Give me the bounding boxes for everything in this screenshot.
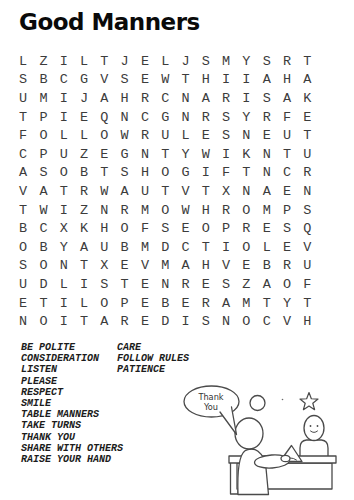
grid-cell-r15c13: C (257, 312, 277, 331)
grid-cell-r8c10: T (196, 182, 216, 201)
grid-cell-r1c3: I (54, 52, 74, 71)
grid-cell-r14c10: R (196, 294, 216, 313)
grid-cell-r2c6: S (114, 71, 134, 90)
grid-cell-r8c7: U (135, 182, 155, 201)
grid-cell-r2c12: I (236, 71, 256, 90)
grid-cell-r11c6: B (114, 238, 134, 257)
grid-cell-r7c3: O (54, 164, 74, 183)
grid-cell-r2c7: E (135, 71, 155, 90)
grid-cell-r13c8: N (155, 275, 175, 294)
star-icon (300, 393, 318, 410)
bubble-text-line2: You (203, 402, 218, 412)
grid-cell-r14c8: B (155, 294, 175, 313)
grid-cell-r8c8: T (155, 182, 175, 201)
grid-cell-r11c14: E (277, 238, 297, 257)
grid-cell-r4c13: R (257, 108, 277, 127)
grid-cell-r3c6: H (114, 89, 134, 108)
grid-cell-r5c15: T (297, 126, 317, 145)
grid-cell-r9c8: O (155, 201, 175, 220)
grid-cell-r5c9: L (175, 126, 195, 145)
grid-cell-r5c1: F (13, 126, 33, 145)
grid-cell-r15c10: S (196, 312, 216, 331)
grid-cell-r11c3: Y (54, 238, 74, 257)
grid-cell-r5c2: O (33, 126, 53, 145)
grid-cell-r2c8: W (155, 71, 175, 90)
grid-cell-r14c1: E (13, 294, 33, 313)
grid-cell-r6c10: W (196, 145, 216, 164)
grid-cell-r10c12: R (236, 219, 256, 238)
grid-cell-r4c3: I (54, 108, 74, 127)
grid-cell-r10c4: K (74, 219, 94, 238)
word-item: RAISE YOUR HAND (21, 454, 123, 465)
grid-cell-r12c8: M (155, 257, 175, 276)
grid-cell-r3c15: K (297, 89, 317, 108)
circle-shape (250, 396, 265, 411)
grid-cell-r5c10: E (196, 126, 216, 145)
grid-cell-r11c9: C (175, 238, 195, 257)
grid-cell-r15c14: V (277, 312, 297, 331)
word-list-col1: BE POLITECONSIDERATIONLISTENPLEASERESPEC… (21, 342, 123, 465)
grid-cell-r15c4: T (74, 312, 94, 331)
grid-cell-r12c4: T (74, 257, 94, 276)
grid-cell-r6c1: C (13, 145, 33, 164)
grid-cell-r1c1: L (13, 52, 33, 71)
grid-cell-r13c2: D (33, 275, 53, 294)
grid-cell-r3c7: R (135, 89, 155, 108)
grid-cell-r15c12: O (236, 312, 256, 331)
grid-cell-r5c11: S (216, 126, 236, 145)
grid-cell-r12c13: B (257, 257, 277, 276)
grid-cell-r7c8: O (155, 164, 175, 183)
grid-cell-r5c14: U (277, 126, 297, 145)
grid-cell-r7c11: F (216, 164, 236, 183)
grid-cell-r1c7: E (135, 52, 155, 71)
grid-cell-r3c14: A (277, 89, 297, 108)
grid-cell-r1c11: M (216, 52, 236, 71)
grid-cell-r11c4: A (74, 238, 94, 257)
grid-cell-r1c10: S (196, 52, 216, 71)
grid-cell-r3c9: N (175, 89, 195, 108)
grid-cell-r4c14: F (277, 108, 297, 127)
grid-cell-r3c8: C (155, 89, 175, 108)
grid-cell-r4c1: T (13, 108, 33, 127)
grid-cell-r6c11: I (216, 145, 236, 164)
eye-left (310, 425, 312, 427)
grid-cell-r6c4: Z (74, 145, 94, 164)
grid-cell-r1c15: T (297, 52, 317, 71)
grid-cell-r1c14: R (277, 52, 297, 71)
word-item: THANK YOU (21, 432, 123, 443)
grid-cell-r8c9: V (175, 182, 195, 201)
grid-cell-r12c11: V (216, 257, 236, 276)
grid-cell-r8c15: N (297, 182, 317, 201)
grid-cell-r11c5: U (94, 238, 114, 257)
grid-cell-r4c12: Y (236, 108, 256, 127)
grid-cell-r5c13: E (257, 126, 277, 145)
grid-cell-r14c15: T (297, 294, 317, 313)
grid-cell-r15c9: I (175, 312, 195, 331)
word-item: TABLE MANNERS (21, 409, 123, 420)
grid-cell-r13c9: R (175, 275, 195, 294)
hand (281, 455, 290, 461)
grid-cell-r2c3: C (54, 71, 74, 90)
grid-cell-r12c10: H (196, 257, 216, 276)
grid-cell-r12c3: N (54, 257, 74, 276)
grid-cell-r12c9: A (175, 257, 195, 276)
grid-cell-r3c1: U (13, 89, 33, 108)
grid-cell-r7c10: I (196, 164, 216, 183)
grid-cell-r6c12: K (236, 145, 256, 164)
grid-cell-r14c6: P (114, 294, 134, 313)
word-item: SHARE WITH OTHERS (21, 443, 123, 454)
grid-cell-r10c15: Q (297, 219, 317, 238)
grid-cell-r3c10: A (196, 89, 216, 108)
grid-cell-r7c14: C (277, 164, 297, 183)
grid-cell-r7c7: H (135, 164, 155, 183)
grid-cell-r10c9: E (175, 219, 195, 238)
grid-cell-r6c8: T (155, 145, 175, 164)
grid-cell-r5c6: W (114, 126, 134, 145)
grid-cell-r5c8: U (155, 126, 175, 145)
grid-cell-r12c5: X (94, 257, 114, 276)
grid-cell-r13c5: S (94, 275, 114, 294)
word-item: PATIENCE (117, 364, 189, 375)
grid-cell-r4c10: R (196, 108, 216, 127)
grid-cell-r1c6: J (114, 52, 134, 71)
grid-cell-r13c14: O (277, 275, 297, 294)
grid-cell-r8c3: T (54, 182, 74, 201)
grid-cell-r5c4: L (74, 126, 94, 145)
word-item: TAKE TURNS (21, 420, 123, 431)
grid-cell-r14c11: A (216, 294, 236, 313)
grid-cell-r2c11: I (216, 71, 236, 90)
grid-cell-r3c13: S (257, 89, 277, 108)
grid-cell-r7c2: S (33, 164, 53, 183)
grid-cell-r6c13: N (257, 145, 277, 164)
grid-cell-r14c14: Y (277, 294, 297, 313)
grid-cell-r15c3: I (54, 312, 74, 331)
grid-cell-r8c5: W (94, 182, 114, 201)
grid-cell-r13c4: I (74, 275, 94, 294)
grid-cell-r10c8: S (155, 219, 175, 238)
grid-cell-r6c7: N (135, 145, 155, 164)
grid-cell-r8c2: A (33, 182, 53, 201)
grid-cell-r9c1: T (13, 201, 33, 220)
grid-cell-r14c9: E (175, 294, 195, 313)
grid-cell-r3c2: M (33, 89, 53, 108)
grid-cell-r3c12: I (236, 89, 256, 108)
grid-cell-r11c7: M (135, 238, 155, 257)
grid-cell-r1c9: J (175, 52, 195, 71)
grid-cell-r9c11: R (216, 201, 236, 220)
grid-cell-r7c5: T (94, 164, 114, 183)
word-item: CARE (117, 342, 189, 353)
word-item: CONSIDERATION (21, 353, 123, 364)
grid-cell-r13c13: A (257, 275, 277, 294)
grid-cell-r6c2: P (33, 145, 53, 164)
grid-cell-r13c7: E (135, 275, 155, 294)
grid-cell-r5c12: N (236, 126, 256, 145)
grid-cell-r8c1: V (13, 182, 33, 201)
grid-cell-r14c12: M (236, 294, 256, 313)
grid-cell-r9c7: M (135, 201, 155, 220)
grid-cell-r11c1: O (13, 238, 33, 257)
grid-cell-r6c5: E (94, 145, 114, 164)
grid-cell-r10c7: F (135, 219, 155, 238)
grid-cell-r9c13: M (257, 201, 277, 220)
grid-cell-r8c11: X (216, 182, 236, 201)
grid-cell-r1c13: S (257, 52, 277, 71)
grid-cell-r10c11: P (216, 219, 236, 238)
grid-cell-r14c2: T (33, 294, 53, 313)
bubble-text-line1: Thank (197, 392, 223, 402)
grid-cell-r10c13: E (257, 219, 277, 238)
grid-cell-r9c2: W (33, 201, 53, 220)
grid-cell-r6c3: U (54, 145, 74, 164)
grid-cell-r8c13: A (257, 182, 277, 201)
grid-cell-r12c2: O (33, 257, 53, 276)
grid-cell-r10c2: C (33, 219, 53, 238)
grid-cell-r11c2: B (33, 238, 53, 257)
word-item: SMILE (21, 398, 123, 409)
grid-cell-r14c4: L (74, 294, 94, 313)
word-item: RESPECT (21, 387, 123, 398)
grid-cell-r9c12: O (236, 201, 256, 220)
grid-cell-r12c12: E (236, 257, 256, 276)
grid-cell-r7c12: T (236, 164, 256, 183)
word-item: LISTEN (21, 364, 123, 375)
grid-cell-r2c4: G (74, 71, 94, 90)
grid-cell-r8c14: E (277, 182, 297, 201)
grid-cell-r13c12: Z (236, 275, 256, 294)
page-title: Good Manners (19, 9, 200, 35)
grid-cell-r3c3: I (54, 89, 74, 108)
grid-cell-r11c12: O (236, 238, 256, 257)
grid-cell-r1c5: T (94, 52, 114, 71)
grid-cell-r15c7: E (135, 312, 155, 331)
grid-cell-r2c5: V (94, 71, 114, 90)
grid-cell-r10c10: O (196, 219, 216, 238)
grid-cell-r5c7: R (135, 126, 155, 145)
grid-cell-r2c10: H (196, 71, 216, 90)
grid-cell-r9c4: Z (74, 201, 94, 220)
grid-cell-r14c3: I (54, 294, 74, 313)
grid-cell-r4c4: E (74, 108, 94, 127)
grid-cell-r6c14: T (277, 145, 297, 164)
grid-cell-r9c9: W (175, 201, 195, 220)
person-right (300, 416, 328, 459)
grid-cell-r1c2: Z (33, 52, 53, 71)
grid-cell-r14c7: E (135, 294, 155, 313)
grid-cell-r10c14: S (277, 219, 297, 238)
grid-cell-r7c9: G (175, 164, 195, 183)
grid-cell-r15c15: H (297, 312, 317, 331)
grid-cell-r13c3: L (54, 275, 74, 294)
grid-cell-r9c6: R (114, 201, 134, 220)
grid-cell-r9c10: H (196, 201, 216, 220)
grid-cell-r2c14: H (277, 71, 297, 90)
grid-cell-r3c4: J (74, 89, 94, 108)
grid-cell-r5c5: O (94, 126, 114, 145)
grid-cell-r13c11: S (216, 275, 236, 294)
grid-cell-r15c5: A (94, 312, 114, 331)
word-search-grid: LZILTJELJSMYSRTSBCGVSEWTHIIAHAUMIJAHRCNA… (13, 52, 317, 331)
grid-cell-r15c8: D (155, 312, 175, 331)
grid-cell-r15c11: N (216, 312, 236, 331)
grid-cell-r4c5: Q (94, 108, 114, 127)
grid-cell-r15c2: O (33, 312, 53, 331)
grid-cell-r8c12: N (236, 182, 256, 201)
word-item: BE POLITE (21, 342, 123, 353)
eye-right (317, 425, 319, 427)
grid-cell-r10c1: B (13, 219, 33, 238)
grid-cell-r7c1: A (13, 164, 33, 183)
grid-cell-r4c2: P (33, 108, 53, 127)
grid-cell-r1c12: Y (236, 52, 256, 71)
grid-cell-r1c4: L (74, 52, 94, 71)
grid-cell-r11c13: L (257, 238, 277, 257)
grid-cell-r4c6: N (114, 108, 134, 127)
grid-cell-r6c6: G (114, 145, 134, 164)
grid-cell-r7c15: R (297, 164, 317, 183)
word-item: FOLLOW RULES (117, 353, 189, 364)
grid-cell-r15c1: N (13, 312, 33, 331)
speck (282, 399, 284, 401)
grid-cell-r13c10: E (196, 275, 216, 294)
grid-cell-r11c10: T (196, 238, 216, 257)
grid-cell-r1c8: L (155, 52, 175, 71)
grid-cell-r9c15: S (297, 201, 317, 220)
grid-cell-r9c5: N (94, 201, 114, 220)
grid-cell-r6c15: U (297, 145, 317, 164)
grid-cell-r4c15: E (297, 108, 317, 127)
grid-cell-r11c15: V (297, 238, 317, 257)
grid-cell-r12c14: R (277, 257, 297, 276)
grid-cell-r12c1: S (13, 257, 33, 276)
grid-cell-r7c6: S (114, 164, 134, 183)
grid-cell-r2c2: B (33, 71, 53, 90)
grid-cell-r4c7: C (135, 108, 155, 127)
grid-cell-r2c9: T (175, 71, 195, 90)
grid-cell-r9c14: P (277, 201, 297, 220)
grid-cell-r10c3: X (54, 219, 74, 238)
grid-cell-r12c6: E (114, 257, 134, 276)
grid-cell-r4c11: S (216, 108, 236, 127)
grid-cell-r14c13: T (257, 294, 277, 313)
grid-cell-r10c5: H (94, 219, 114, 238)
grid-cell-r3c5: A (94, 89, 114, 108)
cartoon-illustration: Thank You (179, 380, 354, 500)
grid-cell-r14c5: O (94, 294, 114, 313)
grid-cell-r2c15: A (297, 71, 317, 90)
grid-cell-r7c13: N (257, 164, 277, 183)
grid-cell-r12c7: V (135, 257, 155, 276)
grid-cell-r8c6: A (114, 182, 134, 201)
word-list-col2: CAREFOLLOW RULESPATIENCE (117, 342, 189, 376)
grid-cell-r13c15: F (297, 275, 317, 294)
grid-cell-r10c6: O (114, 219, 134, 238)
grid-cell-r13c6: T (114, 275, 134, 294)
grid-cell-r9c3: I (54, 201, 74, 220)
speech-bubble: Thank You (184, 386, 239, 435)
grid-cell-r2c13: A (257, 71, 277, 90)
grid-cell-r13c1: U (13, 275, 33, 294)
word-item: PLEASE (21, 376, 123, 387)
grid-cell-r5c3: L (54, 126, 74, 145)
grid-cell-r6c9: Y (175, 145, 195, 164)
grid-cell-r15c6: R (114, 312, 134, 331)
grid-cell-r4c9: N (175, 108, 195, 127)
grid-cell-r7c4: B (74, 164, 94, 183)
grid-cell-r12c15: U (297, 257, 317, 276)
grid-cell-r2c1: S (13, 71, 33, 90)
grid-cell-r3c11: R (216, 89, 236, 108)
grid-cell-r11c11: I (216, 238, 236, 257)
grid-cell-r8c4: R (74, 182, 94, 201)
grid-cell-r11c8: D (155, 238, 175, 257)
grid-cell-r4c8: G (155, 108, 175, 127)
